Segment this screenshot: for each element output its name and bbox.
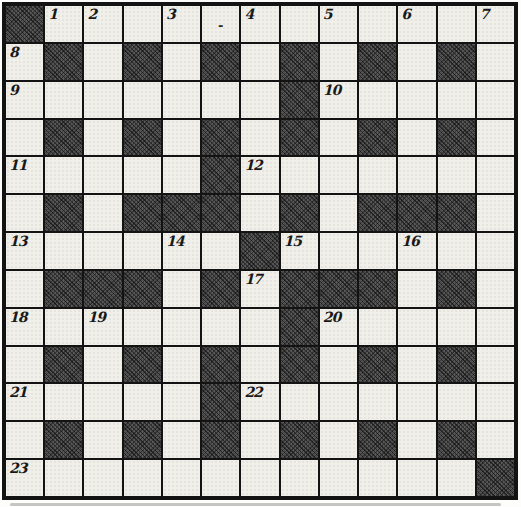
cell-r8c6-block [202, 271, 239, 307]
cell-r7c8[interactable]: 15 [281, 233, 318, 269]
cell-r5c6-block [202, 157, 239, 193]
cell-r11c7[interactable]: 22 [241, 384, 278, 420]
cell-r7c7-block [241, 233, 278, 269]
cell-r6c9[interactable] [320, 195, 357, 231]
cell-r7c6[interactable] [202, 233, 239, 269]
cell-r1c2[interactable]: 1 [45, 6, 82, 42]
cell-r12c4-block [124, 422, 161, 458]
cell-r2c12-block [438, 44, 475, 80]
cell-r6c4-block [124, 195, 161, 231]
cell-r2c2-block [45, 44, 82, 80]
cell-r2c6-block [202, 44, 239, 80]
cell-r4c7[interactable] [241, 120, 278, 156]
cell-r7c9[interactable] [320, 233, 357, 269]
cell-r9c1[interactable]: 18 [6, 309, 43, 345]
cell-r9c8-block [281, 309, 318, 345]
cell-r2c3[interactable] [84, 44, 121, 80]
cell-r5c5[interactable] [163, 157, 200, 193]
cell-r9c12[interactable] [438, 309, 475, 345]
cell-r12c12-block [438, 422, 475, 458]
cell-r11c1[interactable]: 21 [6, 384, 43, 420]
cell-r1c10[interactable] [359, 6, 396, 42]
cell-r10c5[interactable] [163, 347, 200, 383]
cell-r7c1[interactable]: 13 [6, 233, 43, 269]
cell-r12c10-block [359, 422, 396, 458]
cell-r12c1[interactable] [6, 422, 43, 458]
cell-r12c8-block [281, 422, 318, 458]
cell-r6c7[interactable] [241, 195, 278, 231]
cell-r13c9[interactable] [320, 460, 357, 496]
cell-r11c4[interactable] [124, 384, 161, 420]
cell-r6c13[interactable] [477, 195, 514, 231]
clue-number-2: 2 [87, 6, 96, 23]
clue-number-5: 5 [323, 6, 332, 23]
cell-r13c5[interactable] [163, 460, 200, 496]
clue-number-17: 17 [244, 271, 261, 288]
cell-r5c3[interactable] [84, 157, 121, 193]
cell-r1c7[interactable]: 4 [241, 6, 278, 42]
cell-r2c1[interactable]: 8 [6, 44, 43, 80]
cell-r13c11[interactable] [398, 460, 435, 496]
cell-r8c9-block [320, 271, 357, 307]
cell-r9c4[interactable] [124, 309, 161, 345]
cell-r9c5[interactable] [163, 309, 200, 345]
cell-r10c2-block [45, 347, 82, 383]
cell-r11c11[interactable] [398, 384, 435, 420]
cell-r12c6-block [202, 422, 239, 458]
cell-r6c8-block [281, 195, 318, 231]
cell-r3c6[interactable] [202, 82, 239, 118]
cell-r8c13[interactable] [477, 271, 514, 307]
clue-number-10: 10 [323, 82, 340, 99]
cell-r7c3[interactable] [84, 233, 121, 269]
cell-r3c9[interactable]: 10 [320, 82, 357, 118]
cell-r9c2[interactable] [45, 309, 82, 345]
clue-number-15: 15 [284, 233, 301, 250]
cell-r2c8-block [281, 44, 318, 80]
crossword-grid: 123-4567891011121314151617181920212223 [2, 2, 518, 500]
cell-r9c6[interactable] [202, 309, 239, 345]
cell-r10c11[interactable] [398, 347, 435, 383]
cell-r11c12[interactable] [438, 384, 475, 420]
clue-number-8: 8 [9, 44, 18, 61]
cell-r8c3-block [84, 271, 121, 307]
cell-r13c7[interactable] [241, 460, 278, 496]
clue-number-14: 14 [166, 233, 183, 250]
cell-r6c12-block [438, 195, 475, 231]
cell-r3c3[interactable] [84, 82, 121, 118]
cell-r8c12-block [438, 271, 475, 307]
cell-r7c11[interactable]: 16 [398, 233, 435, 269]
cell-r8c2-block [45, 271, 82, 307]
cell-r1c4[interactable] [124, 6, 161, 42]
cell-r5c7[interactable]: 12 [241, 157, 278, 193]
cell-r9c11[interactable] [398, 309, 435, 345]
cell-r5c13[interactable] [477, 157, 514, 193]
cell-r4c8-block [281, 120, 318, 156]
ink-mark: - [218, 18, 223, 33]
clue-number-22: 22 [244, 384, 261, 401]
clue-number-3: 3 [166, 6, 175, 23]
cell-r2c10-block [359, 44, 396, 80]
cell-r4c6-block [202, 120, 239, 156]
cell-r10c8-block [281, 347, 318, 383]
cell-r4c3[interactable] [84, 120, 121, 156]
cell-r9c3[interactable]: 19 [84, 309, 121, 345]
cell-r6c5-block [163, 195, 200, 231]
cell-r13c6[interactable] [202, 460, 239, 496]
clue-number-18: 18 [9, 309, 26, 326]
cell-r13c8[interactable] [281, 460, 318, 496]
cell-r11c2[interactable] [45, 384, 82, 420]
cell-r1c13[interactable]: 7 [477, 6, 514, 42]
cell-r6c2-block [45, 195, 82, 231]
cell-r13c13-block [477, 460, 514, 496]
cell-r1c5[interactable]: 3 [163, 6, 200, 42]
cell-r3c5[interactable] [163, 82, 200, 118]
cell-r13c1[interactable]: 23 [6, 460, 43, 496]
cell-r9c13[interactable] [477, 309, 514, 345]
cell-r7c12[interactable] [438, 233, 475, 269]
cell-r13c10[interactable] [359, 460, 396, 496]
cell-r11c13[interactable] [477, 384, 514, 420]
cell-r12c5[interactable] [163, 422, 200, 458]
cell-r4c1[interactable] [6, 120, 43, 156]
cell-r4c2-block [45, 120, 82, 156]
cell-r7c10[interactable] [359, 233, 396, 269]
cell-r2c13[interactable] [477, 44, 514, 80]
cell-r6c10-block [359, 195, 396, 231]
clue-number-9: 9 [9, 82, 18, 99]
cell-r7c13[interactable] [477, 233, 514, 269]
cell-r4c12-block [438, 120, 475, 156]
cell-r7c5[interactable]: 14 [163, 233, 200, 269]
cell-r3c8-block [281, 82, 318, 118]
cell-r2c5[interactable] [163, 44, 200, 80]
cell-r6c6-block [202, 195, 239, 231]
cell-r13c2[interactable] [45, 460, 82, 496]
cell-r3c11[interactable] [398, 82, 435, 118]
cell-r2c7[interactable] [241, 44, 278, 80]
cell-r4c13[interactable] [477, 120, 514, 156]
cell-r10c6-block [202, 347, 239, 383]
cell-r1c9[interactable]: 5 [320, 6, 357, 42]
scanned-crossword-page: 123-4567891011121314151617181920212223 [0, 0, 521, 507]
cell-r3c13[interactable] [477, 82, 514, 118]
cell-r2c9[interactable] [320, 44, 357, 80]
cell-r12c7[interactable] [241, 422, 278, 458]
cell-r10c9[interactable] [320, 347, 357, 383]
cell-r5c11[interactable] [398, 157, 435, 193]
cell-r3c4[interactable] [124, 82, 161, 118]
clue-number-19: 19 [87, 309, 104, 326]
cell-r8c1[interactable] [6, 271, 43, 307]
cell-r11c9[interactable] [320, 384, 357, 420]
cell-r13c4[interactable] [124, 460, 161, 496]
cell-r11c8[interactable] [281, 384, 318, 420]
cell-r13c12[interactable] [438, 460, 475, 496]
cell-r13c3[interactable] [84, 460, 121, 496]
cell-r2c11[interactable] [398, 44, 435, 80]
cell-r3c7[interactable] [241, 82, 278, 118]
cell-r5c4[interactable] [124, 157, 161, 193]
clue-number-13: 13 [9, 233, 26, 250]
clue-number-21: 21 [9, 384, 26, 401]
clue-number-7: 7 [480, 6, 489, 23]
clue-number-4: 4 [244, 6, 253, 23]
cell-r7c2[interactable] [45, 233, 82, 269]
cell-r1c11[interactable]: 6 [398, 6, 435, 42]
cell-r10c1[interactable] [6, 347, 43, 383]
cell-r1c6[interactable]: - [202, 6, 239, 42]
cell-r8c4-block [124, 271, 161, 307]
cell-r8c11[interactable] [398, 271, 435, 307]
cell-r1c12[interactable] [438, 6, 475, 42]
clue-number-6: 6 [401, 6, 410, 23]
cell-r5c10[interactable] [359, 157, 396, 193]
cell-r3c10[interactable] [359, 82, 396, 118]
cell-r12c3[interactable] [84, 422, 121, 458]
cell-r12c11[interactable] [398, 422, 435, 458]
cell-r1c1-block [6, 6, 43, 42]
cell-r9c10[interactable] [359, 309, 396, 345]
cell-r10c13[interactable] [477, 347, 514, 383]
clue-number-23: 23 [9, 460, 26, 477]
cell-r1c8[interactable] [281, 6, 318, 42]
cell-r11c6-block [202, 384, 239, 420]
cell-r3c1[interactable]: 9 [6, 82, 43, 118]
clue-number-11: 11 [9, 157, 26, 174]
cell-r8c5[interactable] [163, 271, 200, 307]
cell-r5c2[interactable] [45, 157, 82, 193]
cell-r8c10-block [359, 271, 396, 307]
cell-r12c2-block [45, 422, 82, 458]
clue-number-1: 1 [48, 6, 57, 23]
cell-r5c12[interactable] [438, 157, 475, 193]
cell-r12c13[interactable] [477, 422, 514, 458]
clue-number-20: 20 [323, 309, 340, 326]
cell-r4c4-block [124, 120, 161, 156]
cell-r3c2[interactable] [45, 82, 82, 118]
cell-r11c3[interactable] [84, 384, 121, 420]
cell-r1c3[interactable]: 2 [84, 6, 121, 42]
cell-r10c4-block [124, 347, 161, 383]
clue-number-16: 16 [401, 233, 418, 250]
cell-r4c9[interactable] [320, 120, 357, 156]
cell-r7c4[interactable] [124, 233, 161, 269]
cell-r9c7[interactable] [241, 309, 278, 345]
cell-r11c10[interactable] [359, 384, 396, 420]
scan-smudge [10, 503, 501, 506]
clue-number-12: 12 [244, 157, 261, 174]
cell-r12c9[interactable] [320, 422, 357, 458]
cell-r10c12-block [438, 347, 475, 383]
cell-r2c4-block [124, 44, 161, 80]
cell-r10c10-block [359, 347, 396, 383]
cell-r11c5[interactable] [163, 384, 200, 420]
cell-r5c8[interactable] [281, 157, 318, 193]
cell-r3c12[interactable] [438, 82, 475, 118]
cell-r4c11[interactable] [398, 120, 435, 156]
cell-r4c10-block [359, 120, 396, 156]
cell-r9c9[interactable]: 20 [320, 309, 357, 345]
cell-r6c1[interactable] [6, 195, 43, 231]
cell-r5c9[interactable] [320, 157, 357, 193]
cell-r5c1[interactable]: 11 [6, 157, 43, 193]
cell-r10c7[interactable] [241, 347, 278, 383]
cell-r8c8-block [281, 271, 318, 307]
cell-r6c11-block [398, 195, 435, 231]
cell-r4c5[interactable] [163, 120, 200, 156]
cell-r8c7[interactable]: 17 [241, 271, 278, 307]
cell-r6c3[interactable] [84, 195, 121, 231]
cell-r10c3[interactable] [84, 347, 121, 383]
